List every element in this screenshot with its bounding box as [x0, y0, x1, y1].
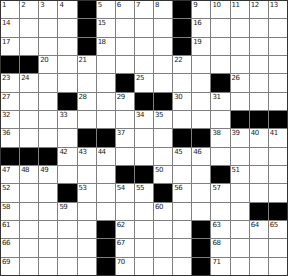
- white-cell[interactable]: [192, 93, 210, 110]
- white-cell[interactable]: [269, 56, 287, 73]
- white-cell[interactable]: [231, 56, 249, 73]
- white-cell[interactable]: 31: [211, 93, 229, 110]
- crossword-grid: 1234567891011121314151617181920212223242…: [0, 0, 288, 276]
- white-cell[interactable]: 20: [39, 56, 57, 73]
- white-cell[interactable]: [173, 203, 191, 220]
- white-cell[interactable]: [20, 221, 38, 238]
- white-cell[interactable]: 70: [116, 258, 134, 275]
- white-cell[interactable]: [20, 258, 38, 275]
- white-cell[interactable]: [154, 221, 172, 238]
- white-cell[interactable]: [211, 19, 229, 36]
- white-cell[interactable]: [173, 74, 191, 91]
- white-cell[interactable]: 13: [269, 1, 287, 18]
- white-cell[interactable]: 66: [1, 239, 19, 256]
- white-cell[interactable]: 35: [154, 111, 172, 128]
- white-cell[interactable]: [39, 19, 57, 36]
- white-cell[interactable]: 41: [269, 129, 287, 146]
- white-cell[interactable]: [116, 148, 134, 165]
- white-cell[interactable]: 23: [1, 74, 19, 91]
- white-cell[interactable]: [231, 184, 249, 201]
- clue-number: 27: [2, 93, 10, 101]
- clue-number: 66: [2, 239, 10, 247]
- white-cell[interactable]: [250, 258, 268, 275]
- white-cell[interactable]: [135, 203, 153, 220]
- white-cell[interactable]: [231, 148, 249, 165]
- white-cell[interactable]: [269, 38, 287, 55]
- black-cell: [192, 129, 210, 146]
- clue-number: 36: [2, 129, 10, 137]
- white-cell[interactable]: 6: [116, 1, 134, 18]
- clue-number: 33: [59, 111, 67, 119]
- white-cell[interactable]: [116, 38, 134, 55]
- white-cell[interactable]: [250, 19, 268, 36]
- white-cell[interactable]: [39, 239, 57, 256]
- white-cell[interactable]: [135, 129, 153, 146]
- clue-number: 19: [193, 38, 201, 46]
- clue-number: 13: [270, 1, 278, 9]
- white-cell[interactable]: [269, 148, 287, 165]
- white-cell[interactable]: [154, 258, 172, 275]
- white-cell[interactable]: [135, 56, 153, 73]
- white-cell[interactable]: [20, 239, 38, 256]
- white-cell[interactable]: 54: [116, 184, 134, 201]
- white-cell[interactable]: [58, 74, 76, 91]
- white-cell[interactable]: [211, 148, 229, 165]
- clue-number: 43: [79, 148, 87, 156]
- black-cell: [211, 74, 229, 91]
- white-cell[interactable]: [20, 38, 38, 55]
- white-cell[interactable]: [173, 111, 191, 128]
- black-cell: [78, 1, 96, 18]
- black-cell: [20, 148, 38, 165]
- clue-number: 39: [232, 129, 240, 137]
- white-cell[interactable]: [154, 129, 172, 146]
- white-cell[interactable]: [58, 221, 76, 238]
- white-cell[interactable]: [135, 221, 153, 238]
- white-cell[interactable]: 18: [97, 38, 115, 55]
- white-cell[interactable]: [211, 56, 229, 73]
- white-cell[interactable]: 58: [1, 203, 19, 220]
- white-cell[interactable]: [269, 19, 287, 36]
- white-cell[interactable]: 32: [1, 111, 19, 128]
- black-cell: [192, 221, 210, 238]
- white-cell[interactable]: [39, 74, 57, 91]
- white-cell[interactable]: [78, 74, 96, 91]
- clue-number: 71: [212, 258, 220, 266]
- black-cell: [173, 129, 191, 146]
- white-cell[interactable]: 64: [250, 221, 268, 238]
- black-cell: [269, 111, 287, 128]
- white-cell[interactable]: 10: [211, 1, 229, 18]
- clue-number: 47: [2, 166, 10, 174]
- white-cell[interactable]: [250, 166, 268, 183]
- white-cell[interactable]: [20, 111, 38, 128]
- white-cell[interactable]: [250, 148, 268, 165]
- clue-number: 62: [117, 221, 125, 229]
- clue-number: 42: [59, 148, 67, 156]
- white-cell[interactable]: 61: [1, 221, 19, 238]
- clue-number: 3: [40, 1, 44, 9]
- clue-number: 18: [98, 38, 106, 46]
- white-cell[interactable]: 42: [58, 148, 76, 165]
- black-cell: [154, 184, 172, 201]
- white-cell[interactable]: [78, 111, 96, 128]
- clue-number: 11: [232, 1, 240, 9]
- white-cell[interactable]: 60: [154, 203, 172, 220]
- white-cell[interactable]: [58, 258, 76, 275]
- white-cell[interactable]: 37: [116, 129, 134, 146]
- white-cell[interactable]: 65: [269, 221, 287, 238]
- white-cell[interactable]: 44: [97, 148, 115, 165]
- white-cell[interactable]: [211, 111, 229, 128]
- white-cell[interactable]: [250, 38, 268, 55]
- white-cell[interactable]: [154, 239, 172, 256]
- white-cell[interactable]: 26: [231, 74, 249, 91]
- white-cell[interactable]: [97, 166, 115, 183]
- clue-number: 48: [21, 166, 29, 174]
- white-cell[interactable]: [78, 221, 96, 238]
- white-cell[interactable]: [250, 93, 268, 110]
- clue-number: 38: [212, 129, 220, 137]
- black-cell: [58, 93, 76, 110]
- clue-number: 20: [40, 56, 48, 64]
- white-cell[interactable]: [231, 203, 249, 220]
- white-cell[interactable]: 27: [1, 93, 19, 110]
- white-cell[interactable]: 68: [211, 239, 229, 256]
- white-cell[interactable]: [97, 74, 115, 91]
- white-cell[interactable]: 46: [192, 148, 210, 165]
- white-cell[interactable]: 49: [39, 166, 57, 183]
- white-cell[interactable]: [154, 56, 172, 73]
- white-cell[interactable]: 34: [135, 111, 153, 128]
- white-cell[interactable]: 50: [154, 166, 172, 183]
- clue-number: 61: [2, 221, 10, 229]
- white-cell[interactable]: 15: [97, 19, 115, 36]
- black-cell: [154, 93, 172, 110]
- white-cell[interactable]: [250, 239, 268, 256]
- white-cell[interactable]: 51: [231, 166, 249, 183]
- white-cell[interactable]: 56: [173, 184, 191, 201]
- white-cell[interactable]: [39, 203, 57, 220]
- clue-number: 10: [212, 1, 220, 9]
- white-cell[interactable]: 3: [39, 1, 57, 18]
- clue-number: 65: [270, 221, 278, 229]
- white-cell[interactable]: [20, 129, 38, 146]
- clue-number: 41: [270, 129, 278, 137]
- clue-number: 70: [117, 258, 125, 266]
- clue-number: 15: [98, 19, 106, 27]
- white-cell[interactable]: [250, 184, 268, 201]
- white-cell[interactable]: [269, 93, 287, 110]
- white-cell[interactable]: [192, 184, 210, 201]
- black-cell: [1, 148, 19, 165]
- white-cell[interactable]: [97, 203, 115, 220]
- white-cell[interactable]: [154, 148, 172, 165]
- white-cell[interactable]: [269, 258, 287, 275]
- white-cell[interactable]: [269, 166, 287, 183]
- white-cell[interactable]: 55: [135, 184, 153, 201]
- white-cell[interactable]: [39, 111, 57, 128]
- white-cell[interactable]: 7: [135, 1, 153, 18]
- white-cell[interactable]: [135, 38, 153, 55]
- clue-number: 1: [2, 1, 6, 9]
- white-cell[interactable]: 4: [58, 1, 76, 18]
- white-cell[interactable]: 25: [135, 74, 153, 91]
- clue-number: 8: [155, 1, 159, 9]
- white-cell[interactable]: [116, 56, 134, 73]
- black-cell: [97, 221, 115, 238]
- white-cell[interactable]: [269, 239, 287, 256]
- white-cell[interactable]: [20, 19, 38, 36]
- white-cell[interactable]: [135, 239, 153, 256]
- white-cell[interactable]: 59: [58, 203, 76, 220]
- clue-number: 24: [21, 74, 29, 82]
- clue-number: 7: [136, 1, 140, 9]
- clue-number: 31: [212, 93, 220, 101]
- white-cell[interactable]: 14: [1, 19, 19, 36]
- white-cell[interactable]: 5: [97, 1, 115, 18]
- white-cell[interactable]: [39, 129, 57, 146]
- white-cell[interactable]: [250, 56, 268, 73]
- white-cell[interactable]: [116, 19, 134, 36]
- white-cell[interactable]: [58, 38, 76, 55]
- black-cell: [97, 258, 115, 275]
- black-cell: [135, 166, 153, 183]
- white-cell[interactable]: 57: [211, 184, 229, 201]
- white-cell[interactable]: 12: [250, 1, 268, 18]
- white-cell[interactable]: [173, 239, 191, 256]
- clue-number: 28: [79, 93, 87, 101]
- black-cell: [78, 129, 96, 146]
- white-cell[interactable]: [58, 166, 76, 183]
- black-cell: [116, 166, 134, 183]
- white-cell[interactable]: 38: [211, 129, 229, 146]
- clue-number: 32: [2, 111, 10, 119]
- clue-number: 16: [193, 19, 201, 27]
- white-cell[interactable]: [154, 74, 172, 91]
- white-cell[interactable]: [116, 203, 134, 220]
- black-cell: [211, 166, 229, 183]
- white-cell[interactable]: [231, 258, 249, 275]
- white-cell[interactable]: 39: [231, 129, 249, 146]
- clue-number: 68: [212, 239, 220, 247]
- white-cell[interactable]: [173, 221, 191, 238]
- black-cell: [78, 38, 96, 55]
- white-cell[interactable]: 43: [78, 148, 96, 165]
- white-cell[interactable]: 1: [1, 1, 19, 18]
- white-cell[interactable]: 63: [211, 221, 229, 238]
- clue-number: 52: [2, 184, 10, 192]
- white-cell[interactable]: 36: [1, 129, 19, 146]
- black-cell: [78, 19, 96, 36]
- white-cell[interactable]: [231, 221, 249, 238]
- white-cell[interactable]: [269, 184, 287, 201]
- black-cell: [97, 129, 115, 146]
- clue-number: 64: [251, 221, 259, 229]
- clue-number: 26: [232, 74, 240, 82]
- white-cell[interactable]: [173, 258, 191, 275]
- clue-number: 54: [117, 184, 125, 192]
- white-cell[interactable]: [231, 239, 249, 256]
- clue-number: 4: [59, 1, 63, 9]
- black-cell: [20, 56, 38, 73]
- white-cell[interactable]: [192, 111, 210, 128]
- black-cell: [97, 239, 115, 256]
- clue-number: 2: [21, 1, 25, 9]
- white-cell[interactable]: [250, 74, 268, 91]
- clue-number: 23: [2, 74, 10, 82]
- clue-number: 69: [2, 258, 10, 266]
- white-cell[interactable]: 28: [78, 93, 96, 110]
- clue-number: 46: [193, 148, 201, 156]
- white-cell[interactable]: [192, 74, 210, 91]
- white-cell[interactable]: 16: [192, 19, 210, 36]
- clue-number: 17: [2, 38, 10, 46]
- white-cell[interactable]: [231, 38, 249, 55]
- clue-number: 60: [155, 203, 163, 211]
- white-cell[interactable]: [39, 258, 57, 275]
- clue-number: 35: [155, 111, 163, 119]
- clue-number: 57: [212, 184, 220, 192]
- white-cell[interactable]: [192, 166, 210, 183]
- white-cell[interactable]: 17: [1, 38, 19, 55]
- black-cell: [250, 203, 268, 220]
- white-cell[interactable]: [78, 258, 96, 275]
- black-cell: [1, 56, 19, 73]
- clue-number: 37: [117, 129, 125, 137]
- white-cell[interactable]: 47: [1, 166, 19, 183]
- clue-number: 34: [136, 111, 144, 119]
- white-cell[interactable]: 2: [20, 1, 38, 18]
- black-cell: [192, 239, 210, 256]
- white-cell[interactable]: [78, 239, 96, 256]
- white-cell[interactable]: 24: [20, 74, 38, 91]
- white-cell[interactable]: [231, 93, 249, 110]
- clue-number: 14: [2, 19, 10, 27]
- black-cell: [231, 111, 249, 128]
- white-cell[interactable]: 52: [1, 184, 19, 201]
- white-cell[interactable]: 22: [173, 56, 191, 73]
- white-cell[interactable]: [192, 203, 210, 220]
- clue-number: 44: [98, 148, 106, 156]
- white-cell[interactable]: [135, 148, 153, 165]
- clue-number: 40: [251, 129, 259, 137]
- clue-number: 6: [117, 1, 121, 9]
- white-cell[interactable]: [211, 203, 229, 220]
- black-cell: [173, 38, 191, 55]
- black-cell: [250, 111, 268, 128]
- white-cell[interactable]: 48: [20, 166, 38, 183]
- white-cell[interactable]: [39, 93, 57, 110]
- white-cell[interactable]: [20, 93, 38, 110]
- white-cell[interactable]: [58, 19, 76, 36]
- white-cell[interactable]: 11: [231, 1, 249, 18]
- white-cell[interactable]: 45: [173, 148, 191, 165]
- white-cell[interactable]: [269, 74, 287, 91]
- white-cell[interactable]: [39, 184, 57, 201]
- clue-number: 30: [174, 93, 182, 101]
- white-cell[interactable]: [154, 38, 172, 55]
- white-cell[interactable]: [97, 184, 115, 201]
- clue-number: 51: [232, 166, 240, 174]
- clue-number: 67: [117, 239, 125, 247]
- white-cell[interactable]: 33: [58, 111, 76, 128]
- black-cell: [58, 184, 76, 201]
- black-cell: [269, 203, 287, 220]
- clue-number: 9: [193, 1, 197, 9]
- clue-number: 56: [174, 184, 182, 192]
- white-cell[interactable]: [97, 93, 115, 110]
- white-cell[interactable]: 8: [154, 1, 172, 18]
- black-cell: [116, 74, 134, 91]
- white-cell[interactable]: 21: [78, 56, 96, 73]
- clue-number: 59: [59, 203, 67, 211]
- clue-number: 25: [136, 74, 144, 82]
- white-cell[interactable]: 62: [116, 221, 134, 238]
- white-cell[interactable]: [39, 221, 57, 238]
- black-cell: [173, 1, 191, 18]
- clue-number: 29: [117, 93, 125, 101]
- white-cell[interactable]: [173, 166, 191, 183]
- white-cell[interactable]: 67: [116, 239, 134, 256]
- white-cell[interactable]: [192, 56, 210, 73]
- white-cell[interactable]: 19: [192, 38, 210, 55]
- white-cell[interactable]: [78, 203, 96, 220]
- white-cell[interactable]: [58, 56, 76, 73]
- black-cell: [173, 19, 191, 36]
- clue-number: 53: [79, 184, 87, 192]
- clue-number: 50: [155, 166, 163, 174]
- white-cell[interactable]: 40: [250, 129, 268, 146]
- white-cell[interactable]: [20, 203, 38, 220]
- clue-number: 49: [40, 166, 48, 174]
- white-cell[interactable]: 9: [192, 1, 210, 18]
- clue-number: 55: [136, 184, 144, 192]
- white-cell[interactable]: 53: [78, 184, 96, 201]
- white-cell[interactable]: [78, 166, 96, 183]
- white-cell[interactable]: 30: [173, 93, 191, 110]
- white-cell[interactable]: [154, 19, 172, 36]
- black-cell: [39, 148, 57, 165]
- black-cell: [135, 93, 153, 110]
- clue-number: 12: [251, 1, 259, 9]
- white-cell[interactable]: 71: [211, 258, 229, 275]
- clue-number: 21: [79, 56, 87, 64]
- white-cell[interactable]: [58, 129, 76, 146]
- white-cell[interactable]: [231, 19, 249, 36]
- clue-number: 22: [174, 56, 182, 64]
- white-cell[interactable]: 69: [1, 258, 19, 275]
- white-cell[interactable]: [58, 239, 76, 256]
- white-cell[interactable]: [116, 111, 134, 128]
- white-cell[interactable]: [20, 184, 38, 201]
- black-cell: [192, 258, 210, 275]
- white-cell[interactable]: [97, 56, 115, 73]
- white-cell[interactable]: [97, 111, 115, 128]
- clue-number: 58: [2, 203, 10, 211]
- white-cell[interactable]: [39, 38, 57, 55]
- clue-number: 45: [174, 148, 182, 156]
- white-cell[interactable]: [135, 258, 153, 275]
- clue-number: 63: [212, 221, 220, 229]
- clue-number: 5: [98, 1, 102, 9]
- white-cell[interactable]: [135, 19, 153, 36]
- white-cell[interactable]: [211, 38, 229, 55]
- white-cell[interactable]: 29: [116, 93, 134, 110]
